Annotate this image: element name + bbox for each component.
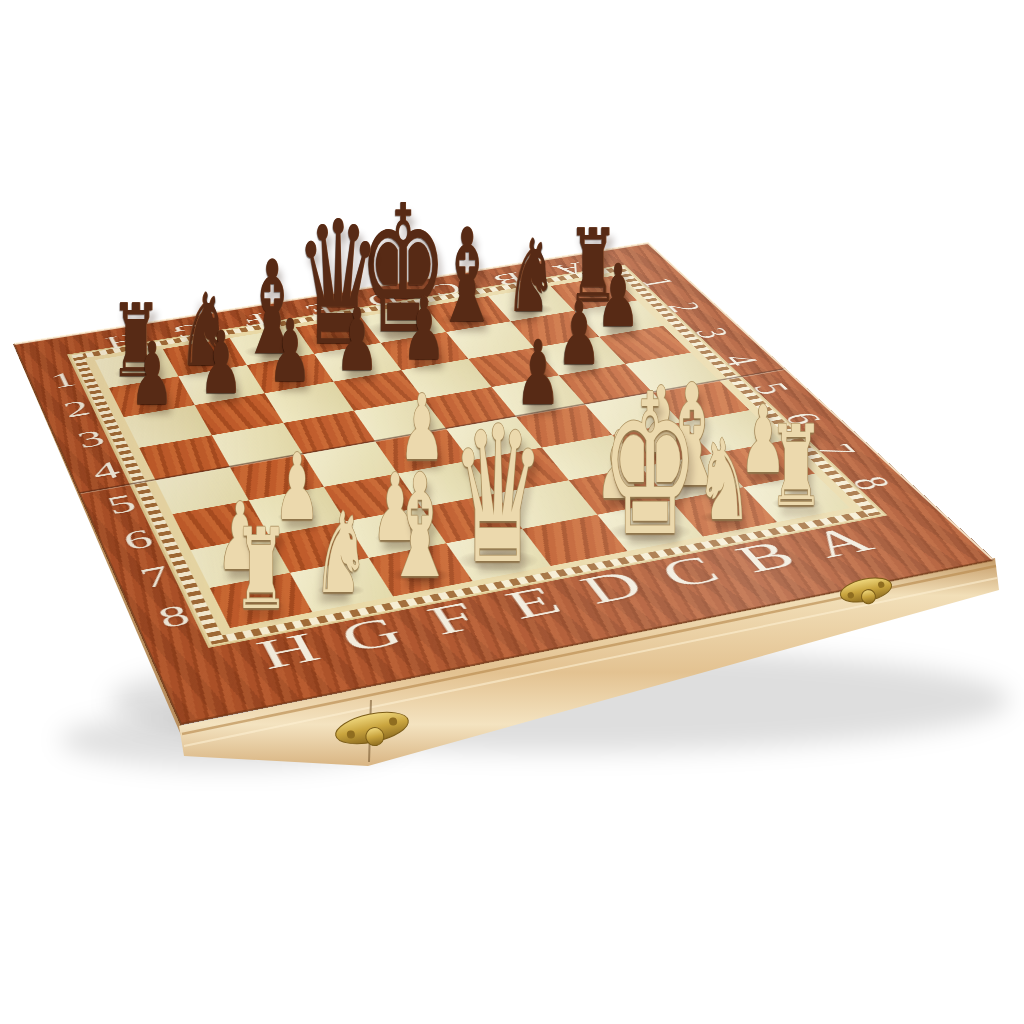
product-photo-scene: HGFEDCBAHGFEDCBA1234567812345678 ♜♞♝♛♚♝♞…: [0, 0, 1024, 1024]
